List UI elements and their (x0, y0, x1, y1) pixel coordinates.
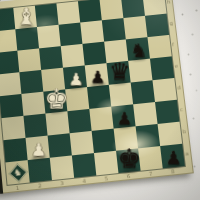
coord-bottom-1: 1 (16, 185, 20, 191)
square-r0c2[interactable] (35, 4, 59, 27)
square-r3c5[interactable]: ♛ (106, 61, 130, 85)
square-r2c3[interactable] (61, 44, 85, 68)
square-r4c0[interactable] (0, 94, 23, 118)
square-r3c6[interactable] (128, 59, 152, 83)
piece-white-pawn[interactable]: ♟ (68, 71, 83, 88)
coord-right-b: b (182, 128, 186, 134)
square-r5c3[interactable] (67, 109, 91, 133)
coord-bottom-4: 4 (82, 178, 86, 184)
brand-logo: ♞ (5, 160, 29, 185)
chessboard-photo: ♝♞♟♟♛♚♟♟♞♚♟ CHESS 12345678hgfedcba (0, 0, 200, 200)
square-r5c6[interactable] (133, 102, 157, 126)
piece-white-bishop[interactable]: ♝ (16, 6, 37, 28)
piece-white-king[interactable]: ♚ (44, 85, 68, 112)
piece-black-pawn[interactable]: ♟ (165, 149, 182, 167)
piece-black-knight[interactable]: ♞ (130, 41, 147, 60)
coord-right-a: a (185, 150, 189, 156)
square-r7c4[interactable] (94, 151, 119, 176)
square-r4c2[interactable]: ♚ (43, 89, 67, 113)
square-r6c4[interactable] (92, 129, 116, 153)
coord-bottom-5: 5 (104, 175, 108, 181)
square-r0c5[interactable] (99, 0, 123, 20)
piece-black-king[interactable]: ♚ (118, 145, 142, 171)
coord-right-f: f (172, 41, 174, 47)
coord-bottom-8: 8 (171, 168, 175, 174)
square-r7c2[interactable] (50, 155, 74, 180)
logo-diamond: ♞ (8, 163, 27, 182)
square-r5c4[interactable] (89, 107, 113, 131)
knight-badge-icon: ♞ (13, 167, 22, 177)
square-r5c0[interactable] (1, 116, 25, 140)
square-r1c2[interactable] (37, 25, 61, 49)
square-r4c3[interactable] (65, 87, 89, 111)
square-r4c5[interactable] (109, 83, 133, 107)
square-r4c4[interactable] (87, 85, 111, 109)
square-r1c5[interactable] (102, 18, 126, 42)
square-r2c0[interactable] (0, 51, 19, 75)
square-r2c4[interactable] (82, 42, 106, 66)
piece-black-pawn[interactable]: ♟ (90, 69, 105, 86)
board-grid[interactable]: ♝♞♟♟♛♚♟♟♞♚♟ (0, 0, 185, 185)
square-r1c1[interactable] (15, 27, 39, 51)
coord-right-c: c (180, 106, 183, 112)
square-r3c7[interactable] (150, 56, 174, 80)
square-r0c4[interactable] (78, 0, 102, 23)
square-r1c3[interactable] (59, 23, 83, 47)
coord-bottom-2: 2 (38, 182, 42, 188)
square-r4c1[interactable] (21, 92, 45, 116)
coord-right-d: d (177, 84, 181, 90)
square-r7c1[interactable] (28, 158, 52, 183)
square-r7c6[interactable] (138, 146, 163, 171)
square-r0c3[interactable] (56, 1, 80, 24)
square-r5c1[interactable] (23, 114, 47, 138)
square-r5c7[interactable] (155, 100, 179, 124)
square-r3c4[interactable]: ♟ (85, 63, 109, 87)
square-r7c0[interactable]: ♞ (5, 160, 29, 185)
piece-black-pawn[interactable]: ♟ (117, 110, 132, 127)
square-r1c4[interactable] (80, 20, 104, 44)
square-r3c0[interactable] (0, 72, 21, 96)
square-r2c7[interactable] (147, 35, 171, 59)
square-r4c6[interactable] (131, 80, 155, 104)
square-r7c5[interactable]: ♚ (116, 148, 141, 173)
square-r7c3[interactable] (72, 153, 96, 178)
square-r0c1[interactable]: ♝ (13, 6, 37, 29)
coord-bottom-7: 7 (149, 171, 153, 177)
piece-black-queen[interactable]: ♛ (109, 60, 131, 84)
piece-white-pawn[interactable]: ♟ (31, 142, 47, 159)
square-r6c3[interactable] (70, 131, 94, 155)
square-r4c7[interactable] (152, 78, 176, 102)
square-r6c1[interactable]: ♟ (26, 136, 50, 161)
square-r2c2[interactable] (39, 46, 63, 70)
square-r1c7[interactable] (145, 14, 169, 38)
coord-right-e: e (174, 63, 178, 69)
square-r2c1[interactable] (17, 48, 41, 72)
square-r6c7[interactable] (158, 122, 183, 146)
square-r1c6[interactable] (123, 16, 147, 40)
square-r7c7[interactable]: ♟ (160, 144, 185, 169)
square-r6c2[interactable] (48, 133, 72, 158)
chess-board: ♝♞♟♟♛♚♟♟♞♚♟ CHESS 12345678hgfedcba (0, 0, 194, 194)
square-r6c0[interactable] (3, 138, 27, 163)
square-r3c1[interactable] (19, 70, 43, 94)
coord-bottom-6: 6 (127, 173, 131, 179)
coord-bottom-3: 3 (60, 180, 64, 186)
square-r5c2[interactable] (45, 111, 69, 135)
square-r5c5[interactable]: ♟ (111, 104, 135, 128)
coord-right-h: h (167, 0, 171, 5)
coord-right-g: g (169, 20, 173, 26)
